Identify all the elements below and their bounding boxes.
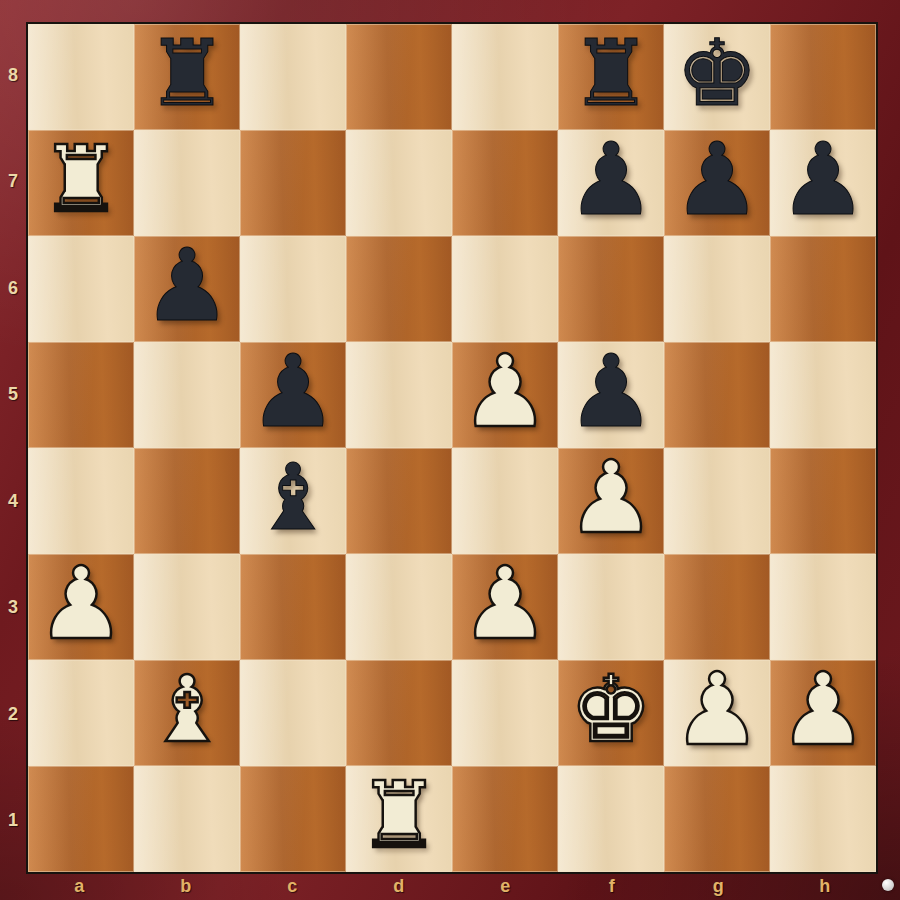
piece-white-pawn[interactable]: ♟ xyxy=(672,660,762,760)
piece-black-pawn[interactable]: ♟ xyxy=(672,130,762,230)
piece-white-pawn[interactable]: ♟ xyxy=(460,554,550,654)
square-b3[interactable] xyxy=(134,554,240,660)
square-e4[interactable] xyxy=(452,448,558,554)
square-c7[interactable] xyxy=(240,130,346,236)
rank-label-3: 3 xyxy=(0,555,26,662)
square-d7[interactable] xyxy=(346,130,452,236)
square-g5[interactable] xyxy=(664,342,770,448)
square-a7[interactable]: ♜ xyxy=(28,130,134,236)
square-d3[interactable] xyxy=(346,554,452,660)
square-a3[interactable]: ♟ xyxy=(28,554,134,660)
piece-white-king[interactable]: ♚ xyxy=(570,664,652,756)
square-c3[interactable] xyxy=(240,554,346,660)
rank-label-6: 6 xyxy=(0,235,26,342)
square-e7[interactable] xyxy=(452,130,558,236)
rank-label-8: 8 xyxy=(0,22,26,129)
square-h4[interactable] xyxy=(770,448,876,554)
square-a8[interactable] xyxy=(28,24,134,130)
piece-black-bishop[interactable]: ♝ xyxy=(252,452,334,544)
square-a1[interactable] xyxy=(28,766,134,872)
piece-black-pawn[interactable]: ♟ xyxy=(566,342,656,442)
square-d5[interactable] xyxy=(346,342,452,448)
square-c6[interactable] xyxy=(240,236,346,342)
rank-label-7: 7 xyxy=(0,129,26,236)
square-f2[interactable]: ♚ xyxy=(558,660,664,766)
file-label-d: d xyxy=(346,872,453,900)
square-f8[interactable]: ♜ xyxy=(558,24,664,130)
square-e3[interactable]: ♟ xyxy=(452,554,558,660)
square-e5[interactable]: ♟ xyxy=(452,342,558,448)
square-g7[interactable]: ♟ xyxy=(664,130,770,236)
piece-black-pawn[interactable]: ♟ xyxy=(142,236,232,336)
piece-white-pawn[interactable]: ♟ xyxy=(566,448,656,548)
square-f5[interactable]: ♟ xyxy=(558,342,664,448)
square-c8[interactable] xyxy=(240,24,346,130)
side-to-move-indicator xyxy=(882,879,894,891)
piece-black-king[interactable]: ♚ xyxy=(676,28,758,120)
square-b5[interactable] xyxy=(134,342,240,448)
square-g2[interactable]: ♟ xyxy=(664,660,770,766)
square-d6[interactable] xyxy=(346,236,452,342)
piece-black-rook[interactable]: ♜ xyxy=(146,28,228,120)
square-h8[interactable] xyxy=(770,24,876,130)
piece-black-pawn[interactable]: ♟ xyxy=(248,342,338,442)
square-e8[interactable] xyxy=(452,24,558,130)
rank-labels: 87654321 xyxy=(0,22,26,874)
chessboard: ♜♜♚♜♟♟♟♟♟♟♟♝♟♟♟♝♚♟♟♜ xyxy=(26,22,878,874)
square-b7[interactable] xyxy=(134,130,240,236)
file-labels: abcdefgh xyxy=(26,872,878,900)
rank-label-2: 2 xyxy=(0,661,26,768)
square-a4[interactable] xyxy=(28,448,134,554)
square-d1[interactable]: ♜ xyxy=(346,766,452,872)
rank-label-5: 5 xyxy=(0,342,26,449)
piece-white-rook[interactable]: ♜ xyxy=(40,134,122,226)
square-d2[interactable] xyxy=(346,660,452,766)
square-h1[interactable] xyxy=(770,766,876,872)
square-d4[interactable] xyxy=(346,448,452,554)
file-label-e: e xyxy=(452,872,559,900)
square-a2[interactable] xyxy=(28,660,134,766)
square-e1[interactable] xyxy=(452,766,558,872)
square-g3[interactable] xyxy=(664,554,770,660)
square-g6[interactable] xyxy=(664,236,770,342)
rank-label-4: 4 xyxy=(0,448,26,555)
square-a6[interactable] xyxy=(28,236,134,342)
square-h3[interactable] xyxy=(770,554,876,660)
square-h6[interactable] xyxy=(770,236,876,342)
square-g8[interactable]: ♚ xyxy=(664,24,770,130)
file-label-b: b xyxy=(133,872,240,900)
square-e6[interactable] xyxy=(452,236,558,342)
square-b8[interactable]: ♜ xyxy=(134,24,240,130)
file-label-g: g xyxy=(665,872,772,900)
file-label-f: f xyxy=(559,872,666,900)
square-f1[interactable] xyxy=(558,766,664,872)
piece-white-pawn[interactable]: ♟ xyxy=(36,554,126,654)
square-f4[interactable]: ♟ xyxy=(558,448,664,554)
piece-black-pawn[interactable]: ♟ xyxy=(778,130,868,230)
board-frame: ♜♜♚♜♟♟♟♟♟♟♟♝♟♟♟♝♚♟♟♜ 87654321 abcdefgh xyxy=(0,0,900,900)
piece-black-rook[interactable]: ♜ xyxy=(570,28,652,120)
square-h7[interactable]: ♟ xyxy=(770,130,876,236)
square-c4[interactable]: ♝ xyxy=(240,448,346,554)
piece-white-rook[interactable]: ♜ xyxy=(358,770,440,862)
square-f3[interactable] xyxy=(558,554,664,660)
piece-black-pawn[interactable]: ♟ xyxy=(566,130,656,230)
square-g1[interactable] xyxy=(664,766,770,872)
square-a5[interactable] xyxy=(28,342,134,448)
rank-label-1: 1 xyxy=(0,768,26,875)
file-label-h: h xyxy=(772,872,879,900)
piece-white-pawn[interactable]: ♟ xyxy=(460,342,550,442)
file-label-a: a xyxy=(26,872,133,900)
square-h5[interactable] xyxy=(770,342,876,448)
square-e2[interactable] xyxy=(452,660,558,766)
square-d8[interactable] xyxy=(346,24,452,130)
square-f7[interactable]: ♟ xyxy=(558,130,664,236)
piece-white-bishop[interactable]: ♝ xyxy=(146,664,228,756)
square-c2[interactable] xyxy=(240,660,346,766)
square-b6[interactable]: ♟ xyxy=(134,236,240,342)
square-b4[interactable] xyxy=(134,448,240,554)
square-f6[interactable] xyxy=(558,236,664,342)
square-c5[interactable]: ♟ xyxy=(240,342,346,448)
square-h2[interactable]: ♟ xyxy=(770,660,876,766)
square-b1[interactable] xyxy=(134,766,240,872)
piece-white-pawn[interactable]: ♟ xyxy=(778,660,868,760)
square-b2[interactable]: ♝ xyxy=(134,660,240,766)
square-c1[interactable] xyxy=(240,766,346,872)
file-label-c: c xyxy=(239,872,346,900)
square-g4[interactable] xyxy=(664,448,770,554)
